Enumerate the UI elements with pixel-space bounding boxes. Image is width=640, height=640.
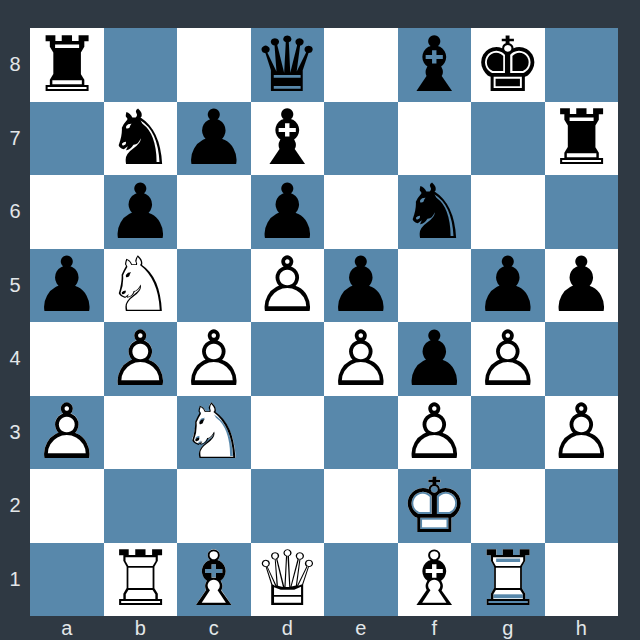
square-h4[interactable] [545, 322, 619, 396]
piece-black-pawn[interactable]: ♟ [398, 322, 472, 396]
square-f3[interactable]: ♟♙ [398, 396, 472, 470]
piece-outline-layer: ♙ [251, 249, 325, 323]
square-f5[interactable] [398, 249, 472, 323]
square-e6[interactable] [324, 175, 398, 249]
square-b7[interactable]: ♞ [104, 102, 178, 176]
piece-fill-layer: ♝ [251, 102, 325, 176]
rank-label-8: 8 [0, 28, 30, 102]
piece-white-knight[interactable]: ♞♘ [104, 249, 178, 323]
piece-black-queen[interactable]: ♛ [251, 28, 325, 102]
piece-black-bishop[interactable]: ♝ [251, 102, 325, 176]
piece-black-knight[interactable]: ♞ [104, 102, 178, 176]
square-a1[interactable] [30, 543, 104, 617]
square-e5[interactable]: ♟ [324, 249, 398, 323]
square-h3[interactable]: ♟♙ [545, 396, 619, 470]
square-e3[interactable] [324, 396, 398, 470]
square-d6[interactable]: ♟ [251, 175, 325, 249]
piece-white-pawn[interactable]: ♟♙ [177, 322, 251, 396]
piece-fill-layer: ♞ [398, 175, 472, 249]
square-g8[interactable]: ♚ [471, 28, 545, 102]
square-c8[interactable] [177, 28, 251, 102]
piece-black-knight[interactable]: ♞ [398, 175, 472, 249]
piece-fill-layer: ♚ [471, 28, 545, 102]
square-d8[interactable]: ♛ [251, 28, 325, 102]
piece-black-pawn[interactable]: ♟ [251, 175, 325, 249]
piece-outline-layer: ♙ [30, 396, 104, 470]
square-a2[interactable] [30, 469, 104, 543]
square-h6[interactable] [545, 175, 619, 249]
piece-white-pawn[interactable]: ♟♙ [324, 322, 398, 396]
piece-fill-layer: ♟ [30, 249, 104, 323]
rank-label-2: 2 [0, 469, 30, 543]
piece-white-pawn[interactable]: ♟♙ [251, 249, 325, 323]
file-label-f: f [398, 616, 472, 640]
piece-white-pawn[interactable]: ♟♙ [545, 396, 619, 470]
piece-outline-layer: ♙ [471, 322, 545, 396]
square-e7[interactable] [324, 102, 398, 176]
square-c4[interactable]: ♟♙ [177, 322, 251, 396]
rank-label-5: 5 [0, 249, 30, 323]
file-labels: abcdefgh [30, 616, 618, 640]
square-f2[interactable]: ♚♔ [398, 469, 472, 543]
square-e1[interactable] [324, 543, 398, 617]
square-f7[interactable] [398, 102, 472, 176]
piece-white-king[interactable]: ♚♔ [398, 469, 472, 543]
rank-label-3: 3 [0, 396, 30, 470]
piece-fill-layer: ♟ [104, 175, 178, 249]
square-a5[interactable]: ♟ [30, 249, 104, 323]
piece-outline-layer: ♖ [471, 543, 545, 617]
piece-fill-layer: ♟ [471, 249, 545, 323]
piece-white-knight[interactable]: ♞♘ [177, 396, 251, 470]
square-h1[interactable] [545, 543, 619, 617]
piece-fill-layer: ♟ [545, 249, 619, 323]
rank-label-4: 4 [0, 322, 30, 396]
chess-diagram: ♜♛♝♚♞♟♝♜♟♟♞♟♞♘♟♙♟♟♟♟♙♟♙♟♙♟♟♙♟♙♞♘♟♙♟♙♚♔♜♖… [0, 0, 640, 640]
square-a8[interactable]: ♜ [30, 28, 104, 102]
square-g2[interactable] [471, 469, 545, 543]
square-g4[interactable]: ♟♙ [471, 322, 545, 396]
piece-white-pawn[interactable]: ♟♙ [30, 396, 104, 470]
square-b4[interactable]: ♟♙ [104, 322, 178, 396]
piece-black-rook[interactable]: ♜ [30, 28, 104, 102]
rank-label-7: 7 [0, 102, 30, 176]
piece-fill-layer: ♟ [398, 322, 472, 396]
piece-fill-layer: ♜ [30, 28, 104, 102]
piece-black-rook[interactable]: ♜ [545, 102, 619, 176]
piece-white-pawn[interactable]: ♟♙ [104, 322, 178, 396]
piece-fill-layer: ♝ [398, 28, 472, 102]
piece-fill-layer: ♟ [251, 175, 325, 249]
piece-black-bishop[interactable]: ♝ [398, 28, 472, 102]
piece-white-queen[interactable]: ♛♕ [251, 543, 325, 617]
square-g1[interactable]: ♜♖ [471, 543, 545, 617]
square-b6[interactable]: ♟ [104, 175, 178, 249]
rank-labels: 87654321 [0, 28, 30, 616]
rank-label-1: 1 [0, 543, 30, 617]
square-b3[interactable] [104, 396, 178, 470]
square-g6[interactable] [471, 175, 545, 249]
square-b5[interactable]: ♞♘ [104, 249, 178, 323]
rank-label-6: 6 [0, 175, 30, 249]
piece-white-bishop[interactable]: ♝♗ [398, 543, 472, 617]
piece-outline-layer: ♕ [251, 543, 325, 617]
piece-white-rook[interactable]: ♜♖ [104, 543, 178, 617]
file-label-a: a [30, 616, 104, 640]
square-h8[interactable] [545, 28, 619, 102]
square-a3[interactable]: ♟♙ [30, 396, 104, 470]
square-e4[interactable]: ♟♙ [324, 322, 398, 396]
square-b1[interactable]: ♜♖ [104, 543, 178, 617]
square-d2[interactable] [251, 469, 325, 543]
piece-white-bishop[interactable]: ♝♗ [177, 543, 251, 617]
piece-outline-layer: ♗ [177, 543, 251, 617]
file-label-c: c [177, 616, 251, 640]
square-c2[interactable] [177, 469, 251, 543]
square-a6[interactable] [30, 175, 104, 249]
piece-fill-layer: ♜ [545, 102, 619, 176]
piece-outline-layer: ♙ [398, 396, 472, 470]
square-b8[interactable] [104, 28, 178, 102]
piece-black-pawn[interactable]: ♟ [104, 175, 178, 249]
piece-black-king[interactable]: ♚ [471, 28, 545, 102]
piece-white-pawn[interactable]: ♟♙ [398, 396, 472, 470]
piece-black-pawn[interactable]: ♟ [471, 249, 545, 323]
file-label-h: h [545, 616, 619, 640]
piece-outline-layer: ♔ [398, 469, 472, 543]
square-h5[interactable]: ♟ [545, 249, 619, 323]
square-c6[interactable] [177, 175, 251, 249]
piece-fill-layer: ♛ [251, 28, 325, 102]
file-label-b: b [104, 616, 178, 640]
square-c5[interactable] [177, 249, 251, 323]
square-d1[interactable]: ♛♕ [251, 543, 325, 617]
file-label-d: d [251, 616, 325, 640]
square-b2[interactable] [104, 469, 178, 543]
square-f1[interactable]: ♝♗ [398, 543, 472, 617]
square-d4[interactable] [251, 322, 325, 396]
square-a7[interactable] [30, 102, 104, 176]
piece-black-pawn[interactable]: ♟ [324, 249, 398, 323]
piece-outline-layer: ♗ [398, 543, 472, 617]
piece-white-rook[interactable]: ♜♖ [471, 543, 545, 617]
square-d5[interactable]: ♟♙ [251, 249, 325, 323]
piece-outline-layer: ♘ [104, 249, 178, 323]
piece-fill-layer: ♞ [104, 102, 178, 176]
piece-outline-layer: ♘ [177, 396, 251, 470]
square-d3[interactable] [251, 396, 325, 470]
piece-outline-layer: ♙ [545, 396, 619, 470]
square-c3[interactable]: ♞♘ [177, 396, 251, 470]
square-g3[interactable] [471, 396, 545, 470]
piece-black-pawn[interactable]: ♟ [177, 102, 251, 176]
square-h7[interactable]: ♜ [545, 102, 619, 176]
piece-outline-layer: ♖ [104, 543, 178, 617]
square-f4[interactable]: ♟ [398, 322, 472, 396]
chess-board: ♜♛♝♚♞♟♝♜♟♟♞♟♞♘♟♙♟♟♟♟♙♟♙♟♙♟♟♙♟♙♞♘♟♙♟♙♚♔♜♖… [30, 28, 618, 616]
file-label-e: e [324, 616, 398, 640]
square-g7[interactable] [471, 102, 545, 176]
square-d7[interactable]: ♝ [251, 102, 325, 176]
square-c1[interactable]: ♝♗ [177, 543, 251, 617]
piece-black-pawn[interactable]: ♟ [545, 249, 619, 323]
piece-outline-layer: ♙ [104, 322, 178, 396]
piece-outline-layer: ♙ [177, 322, 251, 396]
square-h2[interactable] [545, 469, 619, 543]
square-a4[interactable] [30, 322, 104, 396]
piece-black-pawn[interactable]: ♟ [30, 249, 104, 323]
piece-outline-layer: ♙ [324, 322, 398, 396]
square-g5[interactable]: ♟ [471, 249, 545, 323]
square-f6[interactable]: ♞ [398, 175, 472, 249]
piece-white-pawn[interactable]: ♟♙ [471, 322, 545, 396]
square-e2[interactable] [324, 469, 398, 543]
square-e8[interactable] [324, 28, 398, 102]
piece-fill-layer: ♟ [324, 249, 398, 323]
square-f8[interactable]: ♝ [398, 28, 472, 102]
square-c7[interactable]: ♟ [177, 102, 251, 176]
piece-fill-layer: ♟ [177, 102, 251, 176]
file-label-g: g [471, 616, 545, 640]
